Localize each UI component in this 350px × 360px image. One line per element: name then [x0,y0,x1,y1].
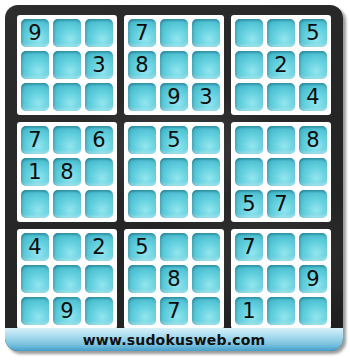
empty-cell-r6c9[interactable] [299,190,327,218]
empty-cell-r8c6[interactable] [192,265,220,293]
empty-cell-r6c3[interactable] [85,190,113,218]
given-cell-r5c2[interactable]: 8 [53,158,81,186]
empty-cell-r6c4[interactable] [128,190,156,218]
empty-cell-r2c6[interactable] [192,51,220,79]
empty-cell-r8c1[interactable] [21,265,49,293]
empty-cell-r7c5[interactable] [160,233,188,261]
given-cell-r2c8[interactable]: 2 [267,51,295,79]
empty-cell-r5c3[interactable] [85,158,113,186]
empty-cell-r1c8[interactable] [267,19,295,47]
empty-cell-r1c2[interactable] [53,19,81,47]
empty-cell-r7c2[interactable] [53,233,81,261]
empty-cell-r3c3[interactable] [85,83,113,111]
empty-cell-r6c6[interactable] [192,190,220,218]
empty-cell-r5c5[interactable] [160,158,188,186]
given-cell-r3c5[interactable]: 9 [160,83,188,111]
given-cell-r8c5[interactable]: 8 [160,265,188,293]
empty-cell-r2c9[interactable] [299,51,327,79]
empty-cell-r8c2[interactable] [53,265,81,293]
given-cell-r1c1[interactable]: 9 [21,19,49,47]
block-2-2: 791 [231,229,331,329]
empty-cell-r5c8[interactable] [267,158,295,186]
given-cell-r3c6[interactable]: 3 [192,83,220,111]
block-0-2: 524 [231,15,331,115]
site-url[interactable]: www.sudokusweb.com [83,332,266,348]
empty-cell-r8c3[interactable] [85,265,113,293]
given-cell-r9c2[interactable]: 9 [53,297,81,325]
empty-cell-r2c7[interactable] [235,51,263,79]
empty-cell-r4c6[interactable] [192,126,220,154]
given-cell-r8c9[interactable]: 9 [299,265,327,293]
block-1-1: 5 [124,122,224,222]
block-2-0: 429 [17,229,117,329]
empty-cell-r9c1[interactable] [21,297,49,325]
given-cell-r7c1[interactable]: 4 [21,233,49,261]
empty-cell-r9c9[interactable] [299,297,327,325]
given-cell-r9c7[interactable]: 1 [235,297,263,325]
given-cell-r6c8[interactable]: 7 [267,190,295,218]
empty-cell-r8c8[interactable] [267,265,295,293]
empty-cell-r3c7[interactable] [235,83,263,111]
given-cell-r9c5[interactable]: 7 [160,297,188,325]
sudoku-board: 93789352476185857429587791 [17,15,331,329]
empty-cell-r3c1[interactable] [21,83,49,111]
given-cell-r7c3[interactable]: 2 [85,233,113,261]
given-cell-r2c4[interactable]: 8 [128,51,156,79]
empty-cell-r2c2[interactable] [53,51,81,79]
empty-cell-r5c6[interactable] [192,158,220,186]
given-cell-r1c9[interactable]: 5 [299,19,327,47]
empty-cell-r3c2[interactable] [53,83,81,111]
empty-cell-r9c8[interactable] [267,297,295,325]
given-cell-r4c5[interactable]: 5 [160,126,188,154]
empty-cell-r4c7[interactable] [235,126,263,154]
given-cell-r6c7[interactable]: 5 [235,190,263,218]
empty-cell-r7c9[interactable] [299,233,327,261]
empty-cell-r4c2[interactable] [53,126,81,154]
empty-cell-r5c4[interactable] [128,158,156,186]
empty-cell-r6c1[interactable] [21,190,49,218]
empty-cell-r1c6[interactable] [192,19,220,47]
block-0-0: 93 [17,15,117,115]
empty-cell-r3c4[interactable] [128,83,156,111]
empty-cell-r7c6[interactable] [192,233,220,261]
empty-cell-r8c4[interactable] [128,265,156,293]
empty-cell-r5c9[interactable] [299,158,327,186]
empty-cell-r1c5[interactable] [160,19,188,47]
empty-cell-r5c7[interactable] [235,158,263,186]
given-cell-r4c3[interactable]: 6 [85,126,113,154]
footer-bar: www.sudokusweb.com [5,328,343,351]
empty-cell-r9c3[interactable] [85,297,113,325]
empty-cell-r9c4[interactable] [128,297,156,325]
given-cell-r2c3[interactable]: 3 [85,51,113,79]
given-cell-r7c7[interactable]: 7 [235,233,263,261]
given-cell-r7c4[interactable]: 5 [128,233,156,261]
block-1-0: 7618 [17,122,117,222]
empty-cell-r2c5[interactable] [160,51,188,79]
given-cell-r5c1[interactable]: 1 [21,158,49,186]
given-cell-r4c9[interactable]: 8 [299,126,327,154]
empty-cell-r6c5[interactable] [160,190,188,218]
given-cell-r3c9[interactable]: 4 [299,83,327,111]
empty-cell-r8c7[interactable] [235,265,263,293]
given-cell-r4c1[interactable]: 7 [21,126,49,154]
board-frame: 93789352476185857429587791 www.sudokuswe… [5,5,343,351]
block-2-1: 587 [124,229,224,329]
empty-cell-r4c8[interactable] [267,126,295,154]
empty-cell-r1c3[interactable] [85,19,113,47]
empty-cell-r9c6[interactable] [192,297,220,325]
given-cell-r1c4[interactable]: 7 [128,19,156,47]
empty-cell-r3c8[interactable] [267,83,295,111]
empty-cell-r2c1[interactable] [21,51,49,79]
empty-cell-r4c4[interactable] [128,126,156,154]
empty-cell-r7c8[interactable] [267,233,295,261]
block-0-1: 7893 [124,15,224,115]
empty-cell-r6c2[interactable] [53,190,81,218]
empty-cell-r1c7[interactable] [235,19,263,47]
block-1-2: 857 [231,122,331,222]
